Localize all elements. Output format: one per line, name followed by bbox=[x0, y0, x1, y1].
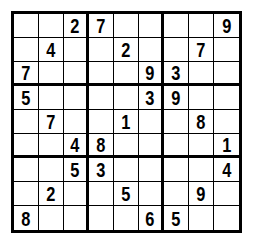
cell-digit: 9 bbox=[196, 183, 205, 204]
cell-digit: 1 bbox=[222, 134, 231, 155]
cell-r5c9[interactable] bbox=[214, 110, 239, 134]
cell-r5c5[interactable]: 1 bbox=[114, 110, 139, 134]
cell-r1c5[interactable] bbox=[114, 14, 139, 38]
cell-r2c4[interactable] bbox=[89, 38, 114, 62]
cell-digit: 3 bbox=[145, 87, 154, 108]
cell-r9c3[interactable] bbox=[64, 206, 89, 230]
cell-r6c1[interactable] bbox=[14, 134, 39, 158]
cell-digit: 1 bbox=[121, 111, 130, 132]
cell-r3c7[interactable]: 3 bbox=[164, 62, 189, 86]
cell-r8c5[interactable]: 5 bbox=[114, 182, 139, 206]
cell-r3c2[interactable] bbox=[39, 62, 64, 86]
cell-r7c2[interactable] bbox=[39, 158, 64, 182]
cell-r3c5[interactable] bbox=[114, 62, 139, 86]
cell-r5c1[interactable] bbox=[14, 110, 39, 134]
cell-r5c7[interactable] bbox=[164, 110, 189, 134]
cell-r4c2[interactable] bbox=[39, 86, 64, 110]
cell-r9c4[interactable] bbox=[89, 206, 114, 230]
cell-r2c8[interactable]: 7 bbox=[189, 38, 214, 62]
cell-r7c8[interactable] bbox=[189, 158, 214, 182]
cell-digit: 4 bbox=[46, 39, 55, 60]
cell-r3c1[interactable]: 7 bbox=[14, 62, 39, 86]
cell-r1c2[interactable] bbox=[39, 14, 64, 38]
cell-r6c6[interactable] bbox=[139, 134, 164, 158]
cell-digit: 9 bbox=[171, 87, 180, 108]
cell-r2c2[interactable]: 4 bbox=[39, 38, 64, 62]
cell-r9c1[interactable]: 8 bbox=[14, 206, 39, 230]
cell-r5c4[interactable] bbox=[89, 110, 114, 134]
cell-r4c7[interactable]: 9 bbox=[164, 86, 189, 110]
cell-r7c1[interactable] bbox=[14, 158, 39, 182]
cell-r4c9[interactable] bbox=[214, 86, 239, 110]
cell-r4c8[interactable] bbox=[189, 86, 214, 110]
cell-r2c3[interactable] bbox=[64, 38, 89, 62]
cell-digit: 4 bbox=[222, 159, 231, 180]
cell-r5c2[interactable]: 7 bbox=[39, 110, 64, 134]
cell-digit: 7 bbox=[96, 15, 105, 36]
cell-r1c3[interactable]: 2 bbox=[64, 14, 89, 38]
cell-digit: 9 bbox=[145, 62, 154, 83]
cell-r6c8[interactable] bbox=[189, 134, 214, 158]
cell-r9c2[interactable] bbox=[39, 206, 64, 230]
cell-r6c5[interactable] bbox=[114, 134, 139, 158]
cell-r7c5[interactable] bbox=[114, 158, 139, 182]
cell-r1c8[interactable] bbox=[189, 14, 214, 38]
cell-r1c6[interactable] bbox=[139, 14, 164, 38]
cell-digit: 8 bbox=[196, 111, 205, 132]
cell-digit: 3 bbox=[171, 62, 180, 83]
cell-r4c5[interactable] bbox=[114, 86, 139, 110]
cell-r7c4[interactable]: 3 bbox=[89, 158, 114, 182]
cell-r7c6[interactable] bbox=[139, 158, 164, 182]
cell-digit: 4 bbox=[70, 134, 79, 155]
cell-r1c9[interactable]: 9 bbox=[214, 14, 239, 38]
cell-r6c9[interactable]: 1 bbox=[214, 134, 239, 158]
cell-digit: 6 bbox=[145, 208, 154, 229]
sudoku-board: 279427793539718481534259865 bbox=[11, 11, 242, 233]
cell-r3c9[interactable] bbox=[214, 62, 239, 86]
cell-r5c6[interactable] bbox=[139, 110, 164, 134]
cell-r2c9[interactable] bbox=[214, 38, 239, 62]
cell-digit: 9 bbox=[222, 15, 231, 36]
cell-r3c8[interactable] bbox=[189, 62, 214, 86]
cell-r4c3[interactable] bbox=[64, 86, 89, 110]
cell-r8c8[interactable]: 9 bbox=[189, 182, 214, 206]
cell-r6c2[interactable] bbox=[39, 134, 64, 158]
cell-r9c6[interactable]: 6 bbox=[139, 206, 164, 230]
cell-digit: 5 bbox=[21, 87, 30, 108]
cell-digit: 8 bbox=[96, 134, 105, 155]
cell-r8c3[interactable] bbox=[64, 182, 89, 206]
cell-r9c8[interactable] bbox=[189, 206, 214, 230]
cell-r6c4[interactable]: 8 bbox=[89, 134, 114, 158]
cell-digit: 5 bbox=[70, 159, 79, 180]
cell-r7c3[interactable]: 5 bbox=[64, 158, 89, 182]
cell-r8c7[interactable] bbox=[164, 182, 189, 206]
cell-r3c6[interactable]: 9 bbox=[139, 62, 164, 86]
cell-r9c5[interactable] bbox=[114, 206, 139, 230]
cell-r2c6[interactable] bbox=[139, 38, 164, 62]
cell-digit: 2 bbox=[121, 39, 130, 60]
cell-r8c1[interactable] bbox=[14, 182, 39, 206]
cell-r3c4[interactable] bbox=[89, 62, 114, 86]
cell-r5c8[interactable]: 8 bbox=[189, 110, 214, 134]
cell-r1c7[interactable] bbox=[164, 14, 189, 38]
cell-r7c9[interactable]: 4 bbox=[214, 158, 239, 182]
cell-r4c6[interactable]: 3 bbox=[139, 86, 164, 110]
cell-r4c4[interactable] bbox=[89, 86, 114, 110]
cell-r6c7[interactable] bbox=[164, 134, 189, 158]
page: 279427793539718481534259865 bbox=[0, 0, 253, 244]
cell-digit: 7 bbox=[196, 39, 205, 60]
cell-digit: 3 bbox=[96, 159, 105, 180]
cell-r7c7[interactable] bbox=[164, 158, 189, 182]
cell-r1c4[interactable]: 7 bbox=[89, 14, 114, 38]
cell-digit: 2 bbox=[46, 183, 55, 204]
cell-digit: 5 bbox=[171, 208, 180, 229]
cell-r1c1[interactable] bbox=[14, 14, 39, 38]
cell-r9c9[interactable] bbox=[214, 206, 239, 230]
cell-r5c3[interactable] bbox=[64, 110, 89, 134]
cell-r6c3[interactable]: 4 bbox=[64, 134, 89, 158]
cell-r8c4[interactable] bbox=[89, 182, 114, 206]
cell-digit: 5 bbox=[121, 183, 130, 204]
cell-r2c5[interactable]: 2 bbox=[114, 38, 139, 62]
cell-r2c1[interactable] bbox=[14, 38, 39, 62]
cell-digit: 7 bbox=[46, 111, 55, 132]
cell-r8c2[interactable]: 2 bbox=[39, 182, 64, 206]
cell-r8c6[interactable] bbox=[139, 182, 164, 206]
cell-digit: 8 bbox=[21, 208, 30, 229]
cell-r8c9[interactable] bbox=[214, 182, 239, 206]
cell-r3c3[interactable] bbox=[64, 62, 89, 86]
cell-r2c7[interactable] bbox=[164, 38, 189, 62]
cell-r4c1[interactable]: 5 bbox=[14, 86, 39, 110]
cell-r9c7[interactable]: 5 bbox=[164, 206, 189, 230]
cell-digit: 7 bbox=[21, 62, 30, 83]
cell-digit: 2 bbox=[70, 15, 79, 36]
